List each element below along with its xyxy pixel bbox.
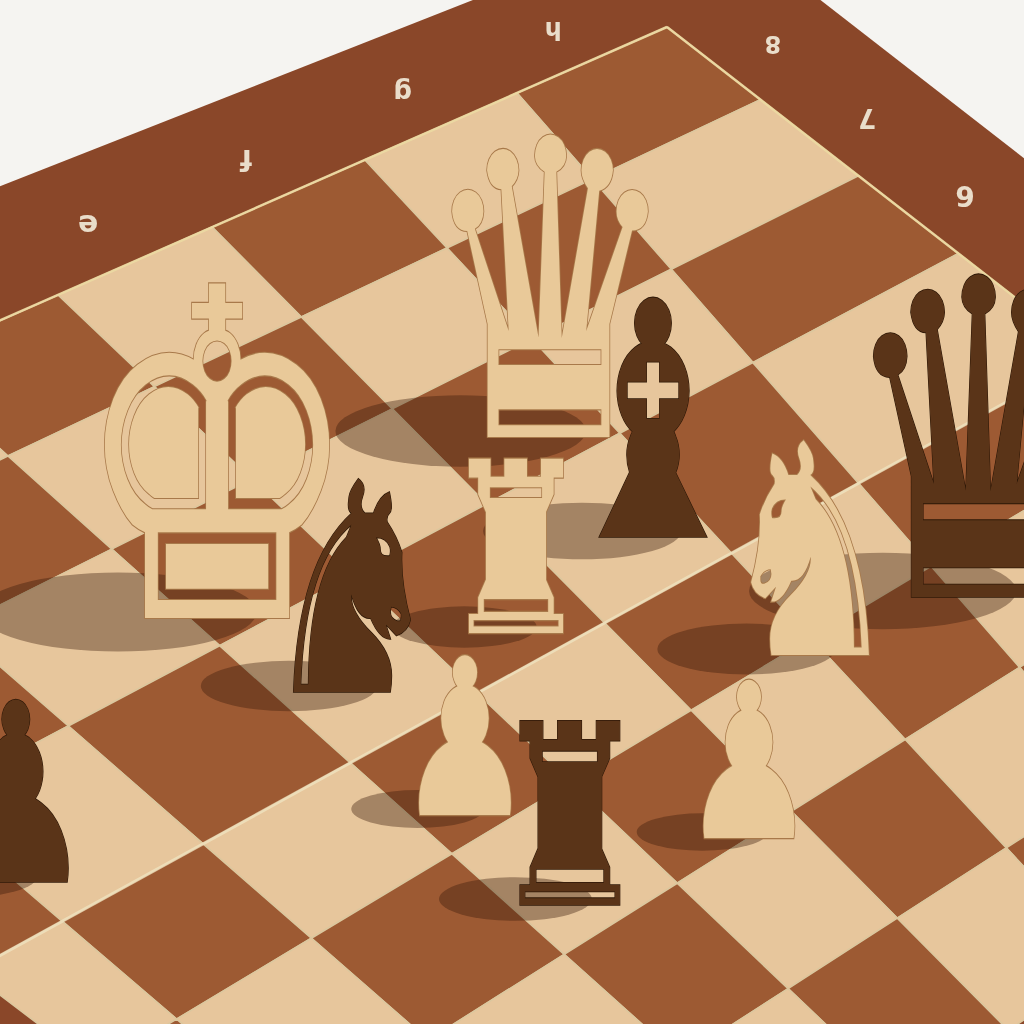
file-label-f: f	[239, 143, 252, 176]
piece-black-pawn-b5[interactable]: ♟	[0, 650, 94, 941]
file-label-h: h	[545, 16, 562, 44]
file-label-g: g	[393, 78, 412, 108]
chessboard: hgfedcba87654321♛♝♛♚♜♞♞♟♟♟♜	[0, 0, 1024, 1024]
piece-black-rook-d3[interactable]: ♜	[491, 670, 650, 965]
piece-white-pawn-e3[interactable]: ♟	[681, 636, 817, 889]
rank-label-7: 7	[858, 103, 876, 133]
rank-label-8: 8	[765, 30, 782, 58]
photo-stage: hgfedcba87654321♛♝♛♚♜♞♞♟♟♟♜	[0, 0, 1024, 1024]
